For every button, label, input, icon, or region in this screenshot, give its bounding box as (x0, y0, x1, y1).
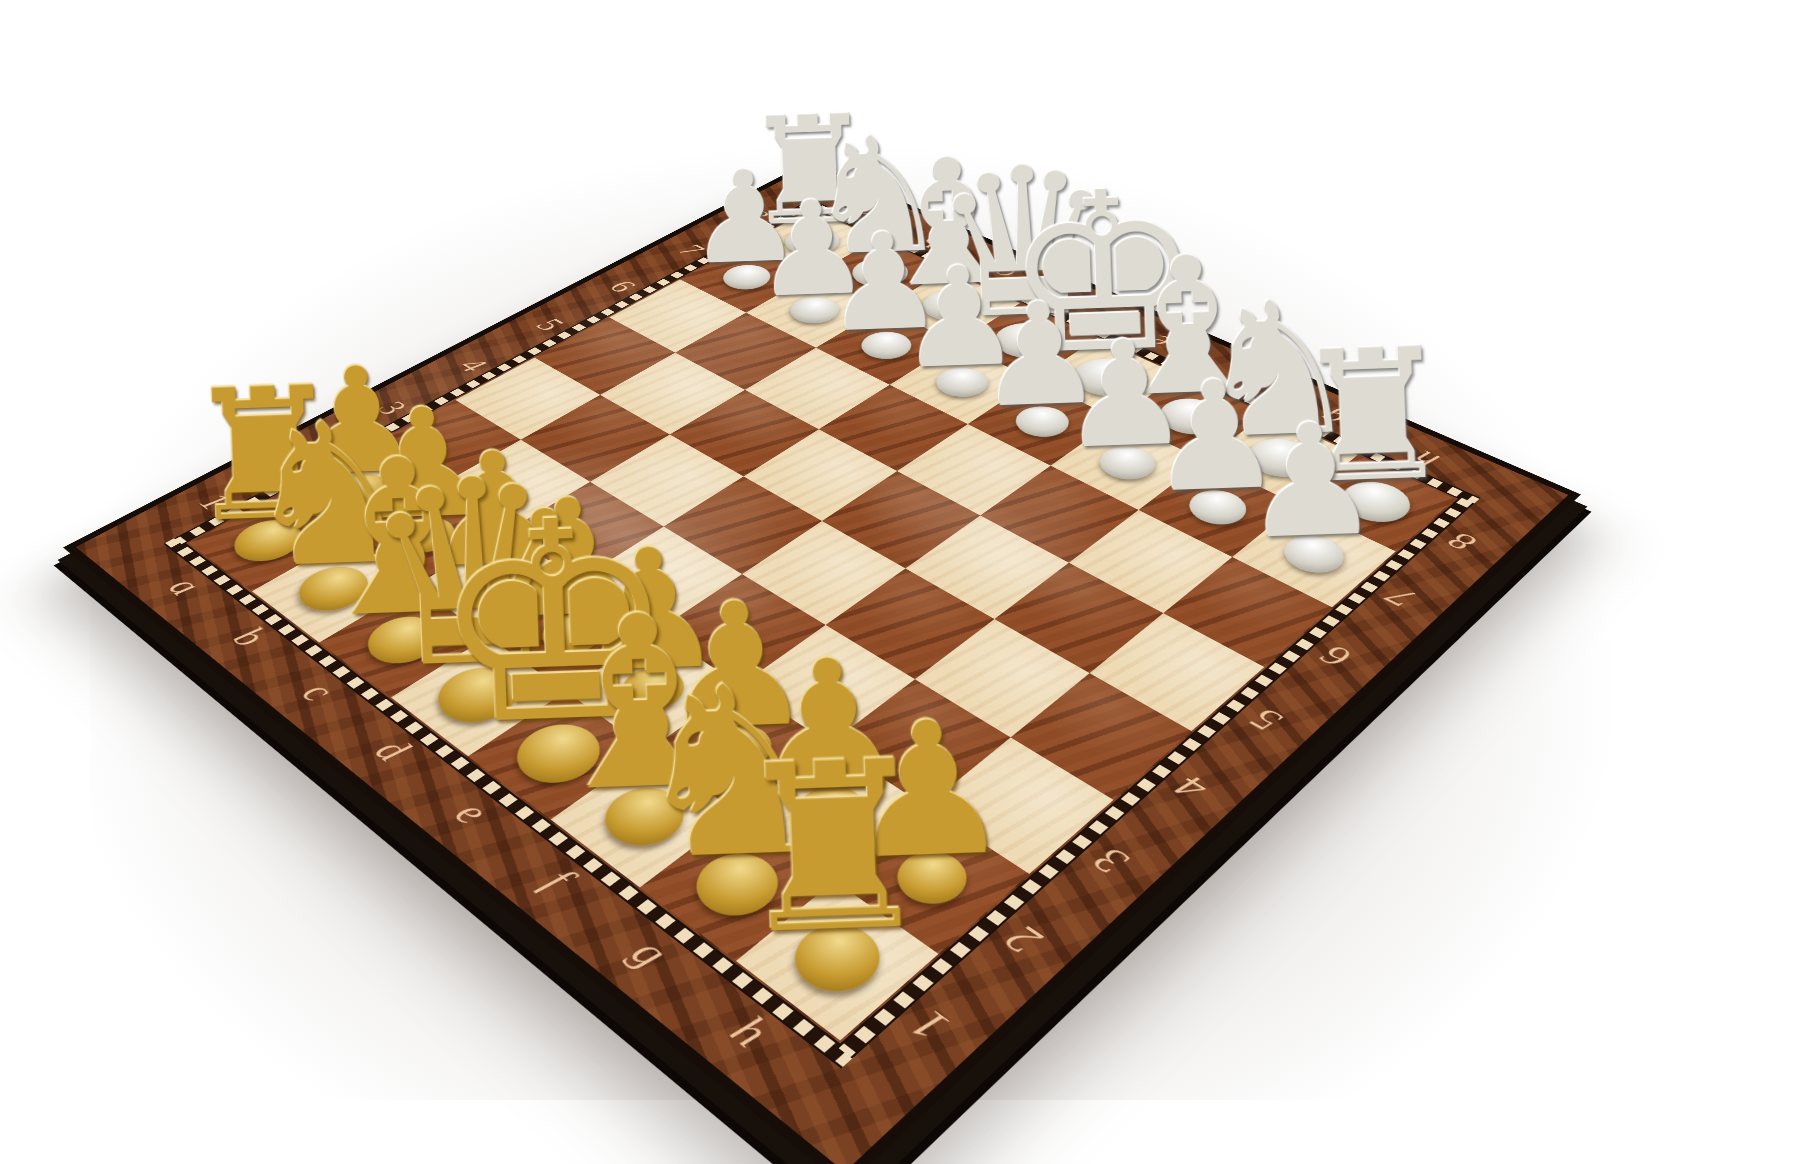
coord-label-east-7: 7 (1381, 582, 1422, 612)
scene: 1122334455667788aabbccddeeffgghh♜♞♝♛♚♝♞♜… (0, 0, 1800, 1164)
coord-label-south-c: c (294, 676, 342, 707)
piece-glyph: ♟ (1239, 405, 1383, 557)
coord-label-east-8: 8 (1443, 528, 1483, 556)
coord-label-east-2: 2 (998, 918, 1050, 961)
coord-label-east-3: 3 (1086, 841, 1136, 880)
coord-label-south-h: h (722, 1008, 778, 1055)
coord-label-east-4: 4 (1168, 769, 1215, 806)
coord-label-east-1: 1 (902, 1002, 957, 1048)
coord-label-east-6: 6 (1315, 640, 1358, 672)
silver-pawn-h7[interactable]: ♟ (1246, 385, 1376, 556)
piece-glyph: ♜ (726, 735, 940, 961)
coord-label-south-b: b (225, 622, 273, 652)
gold-rook-h1[interactable]: ♜ (733, 706, 933, 961)
coord-label-south-a: a (161, 572, 208, 600)
coord-label-south-g: g (622, 931, 677, 974)
coord-label-south-d: d (367, 733, 418, 768)
coord-label-south-e: e (447, 795, 497, 831)
coord-label-east-5: 5 (1244, 703, 1289, 737)
coord-label-south-f: f (534, 863, 580, 897)
